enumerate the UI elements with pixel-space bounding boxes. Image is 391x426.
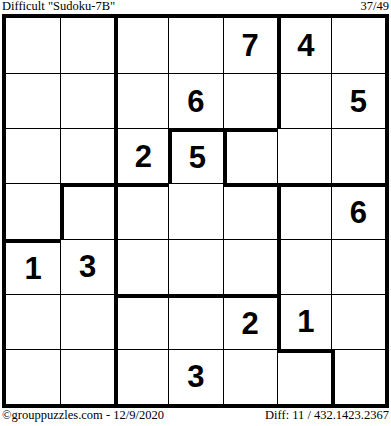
cell-r3c3-given-2: 2: [114, 128, 168, 183]
cell-r7c7-empty[interactable]: [331, 349, 385, 404]
cell-r3c4-given-5: 5: [168, 128, 222, 183]
cell-r6c4-empty[interactable]: [168, 294, 222, 349]
sudoku-board: 746525613213: [2, 14, 389, 408]
cell-r3c6-empty[interactable]: [277, 128, 331, 183]
cell-r3c2-empty[interactable]: [60, 128, 114, 183]
cell-r7c3-empty[interactable]: [114, 349, 168, 404]
cell-r2c2-empty[interactable]: [60, 73, 114, 128]
cell-r7c4-given-3: 3: [168, 349, 222, 404]
cell-r7c5-empty[interactable]: [223, 349, 277, 404]
cell-r6c5-given-2: 2: [223, 294, 277, 349]
cell-r5c1-given-1: 1: [6, 239, 60, 294]
cell-r2c7-given-5: 5: [331, 73, 385, 128]
cell-r4c2-empty[interactable]: [60, 183, 114, 238]
cell-r2c1-empty[interactable]: [6, 73, 60, 128]
cell-r1c2-empty[interactable]: [60, 18, 114, 73]
cell-r5c4-empty[interactable]: [168, 239, 222, 294]
cell-r6c7-empty[interactable]: [331, 294, 385, 349]
puzzle-title: Difficult "Sudoku-7B": [2, 0, 115, 14]
cell-r3c5-empty[interactable]: [223, 128, 277, 183]
cell-r7c6-empty[interactable]: [277, 349, 331, 404]
cell-r2c3-empty[interactable]: [114, 73, 168, 128]
cell-r5c6-empty[interactable]: [277, 239, 331, 294]
cell-r5c3-empty[interactable]: [114, 239, 168, 294]
cell-r1c3-empty[interactable]: [114, 18, 168, 73]
cell-r5c5-empty[interactable]: [223, 239, 277, 294]
cell-r6c3-empty[interactable]: [114, 294, 168, 349]
cell-r6c2-empty[interactable]: [60, 294, 114, 349]
cell-r7c2-empty[interactable]: [60, 349, 114, 404]
cell-r5c7-empty[interactable]: [331, 239, 385, 294]
puzzle-page: { "header": { "title": "Difficult \"Sudo…: [0, 0, 391, 426]
cell-r4c6-empty[interactable]: [277, 183, 331, 238]
cell-r4c4-empty[interactable]: [168, 183, 222, 238]
cell-r6c1-empty[interactable]: [6, 294, 60, 349]
cell-r2c5-empty[interactable]: [223, 73, 277, 128]
cell-r1c6-given-4: 4: [277, 18, 331, 73]
cell-r6c6-given-1: 1: [277, 294, 331, 349]
cell-r1c7-empty[interactable]: [331, 18, 385, 73]
cell-r2c4-given-6: 6: [168, 73, 222, 128]
cell-r2c6-empty[interactable]: [277, 73, 331, 128]
cell-r4c7-given-6: 6: [331, 183, 385, 238]
cell-r3c7-empty[interactable]: [331, 128, 385, 183]
cell-r1c5-given-7: 7: [223, 18, 277, 73]
cell-r4c1-empty[interactable]: [6, 183, 60, 238]
footer-copyright: ©grouppuzzles.com - 12/9/2020: [2, 408, 164, 423]
cell-r4c3-empty[interactable]: [114, 183, 168, 238]
cell-r7c1-empty[interactable]: [6, 349, 60, 404]
footer-difficulty: Diff: 11 / 432.1423.2367: [265, 408, 389, 423]
cell-r3c1-empty[interactable]: [6, 128, 60, 183]
cell-r5c2-given-3: 3: [60, 239, 114, 294]
puzzle-counter: 37/49: [361, 0, 389, 14]
cell-r1c1-empty[interactable]: [6, 18, 60, 73]
cell-r4c5-empty[interactable]: [223, 183, 277, 238]
cell-r1c4-empty[interactable]: [168, 18, 222, 73]
